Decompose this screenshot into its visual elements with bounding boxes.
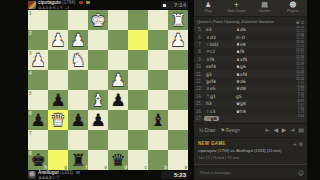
square-g1[interactable] xyxy=(48,10,68,30)
tab-label: Players xyxy=(279,9,307,13)
move-number: 12. xyxy=(194,79,204,84)
square-e1[interactable]: ♚ xyxy=(88,10,108,30)
black-move[interactable]: O-O xyxy=(234,35,264,40)
resign-button[interactable]: ⚑Resign xyxy=(220,127,240,133)
bottom-player-rating: (1303) xyxy=(60,170,73,175)
square-b6[interactable]: ♝ xyxy=(148,110,168,130)
rank-label-2: 2 xyxy=(29,31,32,36)
white-move[interactable]: ♗d3 xyxy=(204,35,234,40)
square-c4[interactable] xyxy=(128,70,148,90)
black-move[interactable]: ♛d6 xyxy=(234,79,264,84)
move-number: 7. xyxy=(194,42,204,47)
piece-white-king-e1[interactable]: ♚ xyxy=(88,10,108,30)
panel-tabs: ♟Play+New Game▤Games☻Players xyxy=(194,0,307,17)
chess-board[interactable]: 1♚♜2♟♟♟♟3♞4♟5♟♝♟♟6♛♟♟♝7♚8hg♜fe♛dcba xyxy=(28,10,188,170)
white-move[interactable]: e3 xyxy=(204,27,234,32)
square-c2[interactable] xyxy=(128,30,148,50)
play-icon: ♟ xyxy=(194,1,222,9)
square-e3[interactable] xyxy=(88,50,108,70)
resign-flag-icon: ⚑ xyxy=(220,127,224,133)
go-to-end-icon[interactable]: ⇥ xyxy=(290,124,295,136)
new-game-description: cipotaguto (1794) vs. Anellugut (1303) (… xyxy=(198,148,307,153)
piece-white-pawn-a2[interactable]: ♟ xyxy=(168,30,188,50)
bottom-captured-pieces: ♙♙♙♗♘♖ xyxy=(38,175,59,180)
square-g3[interactable] xyxy=(48,50,68,70)
new-game-icon: + xyxy=(222,1,250,9)
black-move[interactable]: ♞g6 xyxy=(234,64,264,69)
new-game-title: NEW GAME xyxy=(198,141,307,146)
square-a8[interactable]: a xyxy=(168,150,188,170)
piece-black-bishop-b6[interactable]: ♝ xyxy=(148,110,168,130)
move-number: 15. xyxy=(194,101,204,106)
new-game-settings-icons[interactable]: + ⚙ xyxy=(293,141,303,147)
white-move[interactable]: ♕g6 xyxy=(204,116,219,121)
piece-white-bishop-e5[interactable]: ♝ xyxy=(88,90,108,110)
move-row-9: 9.♗f4♝xf412:1811:52 xyxy=(194,56,307,63)
square-h3[interactable]: ♟3 xyxy=(28,50,48,70)
square-h2[interactable]: 2 xyxy=(28,30,48,50)
square-g4[interactable] xyxy=(48,70,68,90)
black-move[interactable]: ♜e8 xyxy=(234,42,264,47)
move-row-15: 15.h3♚g88:377:02 xyxy=(194,100,307,107)
file-label-e: e xyxy=(104,165,107,170)
square-d8[interactable]: ♛d xyxy=(108,150,128,170)
move-row-16: 16.♘c3♚h87:535:23 xyxy=(194,107,307,114)
white-move[interactable]: ♕c2 xyxy=(204,49,234,54)
white-move[interactable]: ♖g1 xyxy=(204,94,234,99)
square-g7[interactable] xyxy=(48,130,68,150)
opening-name: Queen's Pawn Opening: Zukertort Variatio… xyxy=(194,18,307,26)
square-d6[interactable] xyxy=(108,110,128,130)
square-d5[interactable]: ♟ xyxy=(108,90,128,110)
black-move[interactable]: ♚g8 xyxy=(234,101,264,106)
move-row-8: 8.♕c2♞f812:5512:40 xyxy=(194,48,307,55)
black-move[interactable]: ♝xf4 xyxy=(234,57,264,62)
square-e7[interactable] xyxy=(88,130,108,150)
square-g5[interactable]: ♟ xyxy=(48,90,68,110)
square-f8[interactable]: ♜f xyxy=(68,150,88,170)
file-label-f: f xyxy=(86,165,88,170)
file-label-a: a xyxy=(184,165,187,170)
rank-label-6: 6 xyxy=(29,111,32,116)
top-player-flag-icon xyxy=(79,1,83,4)
square-e5[interactable]: ♝ xyxy=(88,90,108,110)
black-move[interactable]: ♚h8 xyxy=(234,109,264,114)
move-number: 6. xyxy=(194,35,204,40)
move-navigation: ⇤◀▶⇥▤ xyxy=(265,124,304,136)
piece-black-pawn-e6[interactable]: ♟ xyxy=(88,110,108,130)
tab-games[interactable]: ▤Games xyxy=(251,0,279,16)
move-number: 5. xyxy=(194,27,204,32)
forward-icon[interactable]: ▶ xyxy=(282,124,287,136)
square-h1[interactable]: 1 xyxy=(28,10,48,30)
move-row-11: 11.g3♞xf411:0210:11 xyxy=(194,70,307,77)
draw-icon: ½ xyxy=(199,127,204,133)
file-label-g: g xyxy=(64,165,67,170)
piece-white-pawn-g2[interactable]: ♟ xyxy=(48,30,68,50)
file-label-h: h xyxy=(44,165,47,170)
square-f3[interactable]: ♞ xyxy=(68,50,88,70)
move-number: 11. xyxy=(194,72,204,77)
black-move[interactable]: ♞xf4 xyxy=(234,72,264,77)
top-player-badge-icon xyxy=(86,1,90,4)
square-h7[interactable]: 7 xyxy=(28,130,48,150)
move-row-14: 14.♖g1g59:117:58 xyxy=(194,93,307,100)
white-move[interactable]: ♘c3 xyxy=(204,109,234,114)
square-f2[interactable]: ♟ xyxy=(68,30,88,50)
square-d3[interactable] xyxy=(108,50,128,70)
square-a4[interactable] xyxy=(168,70,188,90)
move-list: 5.e3♝d614:2114:356.♗d3O-O13:5814:027.♘bd… xyxy=(194,26,307,123)
board-menu-icon[interactable]: ▤ xyxy=(298,124,304,136)
tab-players[interactable]: ☻Players xyxy=(279,0,307,16)
square-c8[interactable]: c xyxy=(128,150,148,170)
white-move[interactable]: h3 xyxy=(204,101,234,106)
bottom-player-clock: 5:23 xyxy=(161,171,188,179)
move-row-10: 10.exf4♞g611:4711:05 xyxy=(194,63,307,70)
move-row-7: 7.♘bd2♜e813:3013:26 xyxy=(194,41,307,48)
app-window: cipotaguto (1794) ♟♟♟♞♞♝♜+3 7:14 1♚♜2♟♟♟… xyxy=(0,0,320,180)
rank-label-1: 1 xyxy=(29,11,32,16)
move-row-12: 12.gxf4♛d610:269:30 xyxy=(194,78,307,85)
square-b8[interactable]: b xyxy=(148,150,168,170)
move-number: 10. xyxy=(194,64,204,69)
move-row-13: 13.♗e5♛d89:508:46 xyxy=(194,85,307,92)
black-move[interactable]: ♞f8 xyxy=(234,49,264,54)
piece-black-pawn-g5[interactable]: ♟ xyxy=(48,90,68,110)
white-turn-indicator xyxy=(163,4,166,7)
square-c6[interactable] xyxy=(128,110,148,130)
tab-new-game[interactable]: +New Game xyxy=(222,0,250,16)
square-d1[interactable] xyxy=(108,10,128,30)
square-c5[interactable] xyxy=(128,90,148,110)
tab-label: New Game xyxy=(222,9,250,13)
square-e4[interactable] xyxy=(88,70,108,90)
rank-label-8: 8 xyxy=(29,151,32,156)
black-move[interactable]: g5 xyxy=(234,94,264,99)
move-row-5: 5.e3♝d614:2114:35 xyxy=(194,26,307,33)
square-b7[interactable] xyxy=(148,130,168,150)
games-icon: ▤ xyxy=(251,1,279,9)
move-times: 7:14 xyxy=(298,115,304,118)
square-h4[interactable]: 4 xyxy=(28,70,48,90)
square-c3[interactable] xyxy=(128,50,148,70)
square-d2[interactable] xyxy=(108,30,128,50)
emoji-smiley-icon[interactable]: ☺ xyxy=(298,169,304,176)
square-a3[interactable] xyxy=(168,50,188,70)
tab-label: Play xyxy=(194,9,222,13)
piece-white-pawn-d4[interactable]: ♟ xyxy=(108,70,128,90)
rank-label-4: 4 xyxy=(29,71,32,76)
white-move[interactable]: g3 xyxy=(204,72,234,77)
move-number: 13. xyxy=(194,86,204,91)
square-h6[interactable]: ♟6 xyxy=(28,110,48,130)
piece-black-pawn-d5[interactable]: ♟ xyxy=(108,90,128,110)
square-b2[interactable] xyxy=(148,30,168,50)
chat-bar: Send a message... ☺ xyxy=(194,164,307,180)
black-move[interactable]: ♝d6 xyxy=(234,27,264,32)
square-f4[interactable] xyxy=(68,70,88,90)
new-game-section: NEW GAME + ⚙ cipotaguto (1794) vs. Anell… xyxy=(194,137,307,162)
square-h8[interactable]: ♚8h xyxy=(28,150,48,170)
file-label-d: d xyxy=(124,165,127,170)
game-controls: ½Draw ⚑Resign ⇤◀▶⇥▤ xyxy=(194,123,307,135)
square-f1[interactable] xyxy=(68,10,88,30)
bottom-player-flag-icon xyxy=(76,171,80,174)
move-number: 17. xyxy=(194,116,204,121)
square-f5[interactable] xyxy=(68,90,88,110)
tab-label: Games xyxy=(251,9,279,13)
square-g2[interactable]: ♟ xyxy=(48,30,68,50)
piece-black-pawn-f6[interactable]: ♟ xyxy=(68,110,88,130)
square-d4[interactable]: ♟ xyxy=(108,70,128,90)
square-b5[interactable] xyxy=(148,90,168,110)
square-a5[interactable] xyxy=(168,90,188,110)
piece-white-rook-a1[interactable]: ♜ xyxy=(168,10,188,30)
top-player-clock: 7:14 xyxy=(161,1,188,9)
square-d7[interactable] xyxy=(108,130,128,150)
piece-white-queen-g6[interactable]: ♛ xyxy=(48,110,68,130)
white-move[interactable]: ♘bd2 xyxy=(204,42,234,47)
move-row-17: 17.♕g67:14 xyxy=(194,115,307,122)
white-move[interactable]: ♗f4 xyxy=(204,57,234,62)
move-number: 16. xyxy=(194,109,204,114)
file-label-c: c xyxy=(144,165,147,170)
rank-label-3: 3 xyxy=(29,51,32,56)
square-b4[interactable] xyxy=(148,70,168,90)
square-e6[interactable]: ♟ xyxy=(88,110,108,130)
white-move[interactable]: ♗e5 xyxy=(204,86,234,91)
square-g6[interactable]: ♛ xyxy=(48,110,68,130)
square-e8[interactable]: e xyxy=(88,150,108,170)
square-b1[interactable] xyxy=(148,10,168,30)
square-f6[interactable]: ♟ xyxy=(68,110,88,130)
move-row-6: 6.♗d3O-O13:5814:02 xyxy=(194,33,307,40)
side-panel: ♟Play+New Game▤Games☻Players Queen's Paw… xyxy=(194,0,307,180)
draw-button[interactable]: ½Draw xyxy=(199,127,215,133)
move-number: 9. xyxy=(194,57,204,62)
square-h5[interactable]: 5 xyxy=(28,90,48,110)
piece-white-pawn-f2[interactable]: ♟ xyxy=(68,30,88,50)
new-game-subtext: Jan 15 | Rated | 15 min xyxy=(198,155,307,160)
move-times: 13:3013:26 xyxy=(296,41,304,48)
players-icon: ☻ xyxy=(279,1,307,9)
piece-white-knight-f3[interactable]: ♞ xyxy=(68,50,88,70)
opening-explorer-icon[interactable]: ⊕ ≡ xyxy=(296,18,305,26)
rank-label-7: 7 xyxy=(29,131,32,136)
back-icon[interactable]: ◀ xyxy=(274,124,279,136)
square-e2[interactable] xyxy=(88,30,108,50)
square-a7[interactable] xyxy=(168,130,188,150)
square-c7[interactable] xyxy=(128,130,148,150)
rank-label-5: 5 xyxy=(29,91,32,96)
chat-message-input[interactable]: Send a message... xyxy=(197,168,297,177)
black-move[interactable]: ♛d8 xyxy=(234,86,264,91)
tab-play[interactable]: ♟Play xyxy=(194,0,222,16)
bottom-player-avatar xyxy=(28,171,36,179)
white-move[interactable]: exf4 xyxy=(204,64,234,69)
square-b3[interactable] xyxy=(148,50,168,70)
top-player-avatar xyxy=(28,1,36,9)
square-a6[interactable] xyxy=(168,110,188,130)
white-move[interactable]: gxf4 xyxy=(204,79,234,84)
go-to-start-icon[interactable]: ⇤ xyxy=(265,124,270,136)
square-g8[interactable]: g xyxy=(48,150,68,170)
move-number: 8. xyxy=(194,49,204,54)
square-f7[interactable] xyxy=(68,130,88,150)
square-a2[interactable]: ♟ xyxy=(168,30,188,50)
square-a1[interactable]: ♜ xyxy=(168,10,188,30)
file-label-b: b xyxy=(164,165,167,170)
move-number: 14. xyxy=(194,94,204,99)
square-c1[interactable] xyxy=(128,10,148,30)
